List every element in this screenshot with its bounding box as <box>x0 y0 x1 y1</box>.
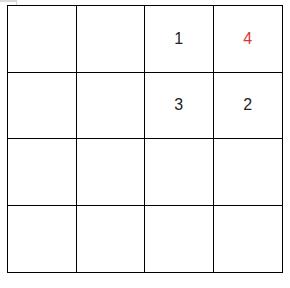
puzzle-board: 1 4 3 2 <box>7 5 283 273</box>
cell-value: 2 <box>243 97 252 113</box>
cell-value: 1 <box>174 31 183 47</box>
cell-r3c2[interactable] <box>77 139 146 206</box>
cell-r1c1[interactable] <box>8 6 77 73</box>
cell-value: 3 <box>174 97 183 113</box>
cell-r1c3[interactable]: 1 <box>145 6 214 73</box>
cell-r3c3[interactable] <box>145 139 214 206</box>
cell-r4c3[interactable] <box>145 206 214 273</box>
cropped-table-artifact-horizontal <box>0 0 17 2</box>
cell-r3c4[interactable] <box>214 139 283 206</box>
cell-r1c2[interactable] <box>77 6 146 73</box>
cell-r2c1[interactable] <box>8 73 77 140</box>
cell-value: 4 <box>243 31 252 47</box>
cell-r2c4[interactable]: 2 <box>214 73 283 140</box>
cell-r4c1[interactable] <box>8 206 77 273</box>
cell-r4c4[interactable] <box>214 206 283 273</box>
cell-r1c4[interactable]: 4 <box>214 6 283 73</box>
cell-r4c2[interactable] <box>77 206 146 273</box>
cell-r3c1[interactable] <box>8 139 77 206</box>
cell-r2c2[interactable] <box>77 73 146 140</box>
cell-r2c3[interactable]: 3 <box>145 73 214 140</box>
